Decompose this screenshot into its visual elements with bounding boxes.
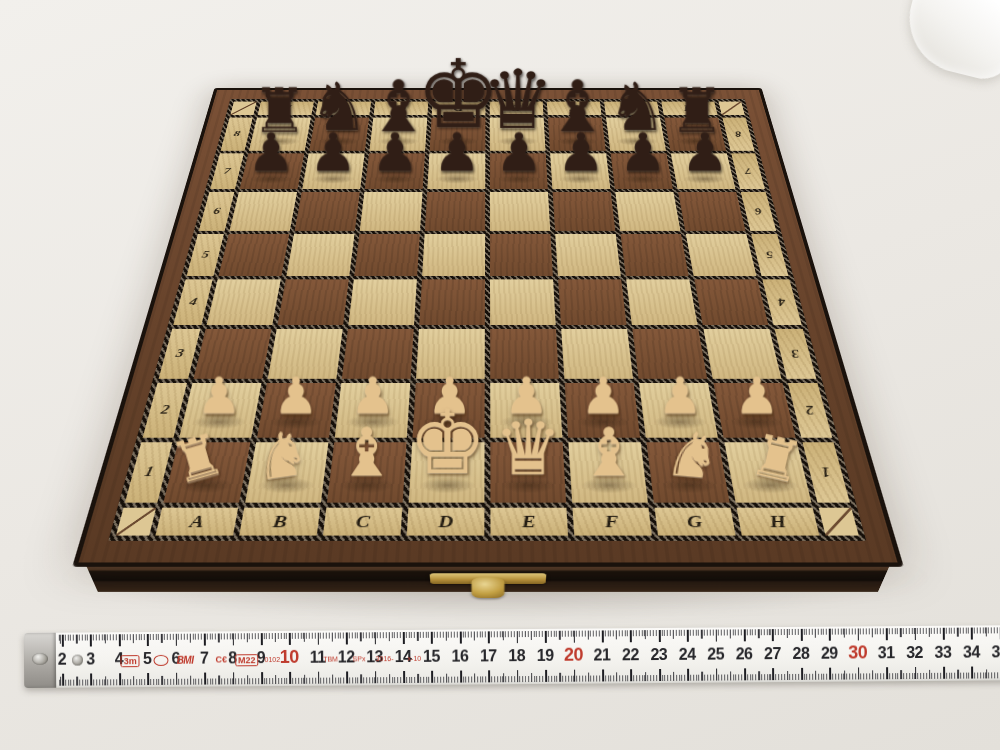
ruler-metal-end (24, 633, 56, 688)
ruler-rivet (32, 653, 48, 665)
white-rook-glyph: ♜ (745, 425, 808, 492)
ruler-badge-TBM: TBM (323, 656, 338, 663)
black-pawn-glyph: ♟ (681, 126, 729, 179)
ruler-cm-10: 10 (280, 647, 299, 668)
white-pawn-glyph: ♟ (196, 372, 241, 423)
white-bishop-glyph: ♝ (337, 419, 397, 485)
ruler-cm-5: 5 (143, 650, 152, 668)
ruler-badge-3016-: 3016- (376, 655, 394, 662)
ruler-badge-0102: 0102 (264, 656, 280, 663)
ruler-badge-C€: C€ (215, 654, 227, 664)
white-pawn-glyph: ♟ (657, 372, 702, 423)
chess-board: ABCDEFGH8877665544332211ABCDEFGH ♜♞♝♚♛♝♞… (72, 88, 904, 567)
ruler-cm-2: 2 (58, 651, 67, 669)
black-pawn-glyph: ♟ (309, 126, 357, 179)
plastic-bag-corner (898, 0, 1000, 85)
file-label-top-e: E (490, 102, 544, 115)
ruler-cm-15: 15 (423, 648, 440, 666)
ruler-cm-17: 17 (480, 647, 497, 665)
ruler-cm-29: 29 (821, 645, 838, 663)
white-bishop-glyph: ♝ (579, 419, 639, 485)
ruler-cm-24: 24 (679, 646, 696, 664)
brass-clasp-knob (471, 577, 504, 598)
ruler-cm-7: 7 (200, 650, 209, 668)
file-label-top-a: A (258, 102, 314, 115)
ruler-cm-28: 28 (792, 645, 809, 663)
box-front-edge (85, 562, 891, 591)
ruler-badge-BMI: BMI (177, 655, 194, 666)
ruler-cm-32: 32 (906, 644, 923, 662)
ruler-cm-ticks-bottom (58, 666, 1000, 685)
pieces-layer: ♜♞♝♚♛♝♞♜♟♟♟♟♟♟♟♟♟♟♟♟♟♟♟♟♜♞♝♚♛♝♞♜ (78, 90, 897, 563)
white-knight-glyph: ♞ (662, 422, 723, 488)
ruler-cm-35: 35 (991, 643, 1000, 661)
black-pawn-glyph: ♟ (619, 126, 667, 179)
ruler-cm-21: 21 (593, 646, 610, 664)
black-pawn-glyph: ♟ (433, 126, 481, 179)
file-label-top-g: G (604, 102, 659, 115)
file-label-top-f: F (547, 102, 602, 115)
black-pawn-glyph: ♟ (371, 126, 419, 179)
black-pawn-glyph: ♟ (495, 126, 543, 179)
ruler-cm-18: 18 (508, 647, 525, 665)
white-pawn-glyph: ♟ (734, 372, 779, 423)
file-label-top-c: C (374, 102, 429, 115)
ruler-cm-23: 23 (650, 646, 667, 664)
black-pawn-glyph: ♟ (247, 126, 295, 179)
black-pawn-glyph: ♟ (557, 126, 605, 179)
ruler-cm-33: 33 (935, 644, 952, 662)
ruler-badge-x-10: x-10 (408, 655, 422, 662)
ruler-cm-30: 30 (848, 642, 867, 663)
ruler-cm-19: 19 (537, 647, 554, 665)
ruler-badge-SPx: SPx (353, 655, 366, 662)
white-queen-glyph: ♛ (494, 410, 562, 486)
ruler-cm-25: 25 (707, 646, 724, 664)
white-knight-glyph: ♞ (250, 421, 313, 490)
white-king-glyph: ♚ (408, 398, 487, 486)
ruler-cm-22: 22 (622, 646, 639, 664)
ruler-hinge-rivet (72, 655, 83, 666)
white-pawn-glyph: ♟ (273, 372, 318, 423)
file-label-top-h: H (661, 102, 717, 115)
ruler-badge-oval-logo (154, 655, 169, 666)
ruler-cm-3: 3 (86, 650, 95, 668)
ruler-cm-27: 27 (764, 645, 781, 663)
file-label-top-b: B (316, 102, 371, 115)
file-label-top-d: D (432, 102, 486, 115)
ruler-cm-34: 34 (963, 643, 980, 661)
ruler-badge-M22: M22 (235, 654, 259, 666)
folding-ruler: 2345678910111213141516171819202122232425… (24, 625, 1000, 688)
ruler-cm-31: 31 (878, 644, 895, 662)
chess-board-scene: ABCDEFGH8877665544332211ABCDEFGH ♜♞♝♚♛♝♞… (158, 0, 818, 608)
ruler-cm-20: 20 (564, 645, 583, 666)
ruler-badge-3m: 3m (121, 655, 140, 667)
ruler-cm-26: 26 (736, 645, 753, 663)
ruler-cm-16: 16 (451, 648, 468, 666)
white-rook-glyph: ♜ (165, 424, 230, 493)
